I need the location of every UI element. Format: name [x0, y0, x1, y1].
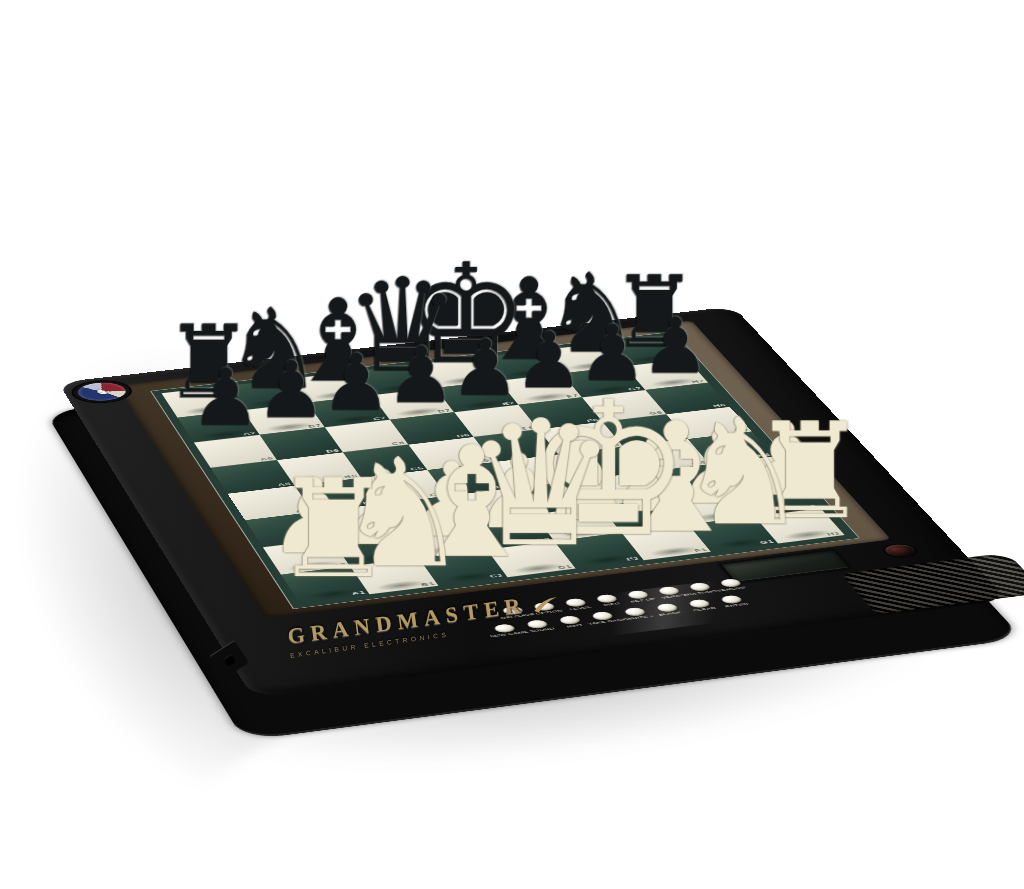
button-dome[interactable] [623, 607, 647, 617]
button-dome[interactable] [657, 586, 681, 596]
piece-black-pawn[interactable]: ♟ [191, 359, 261, 437]
button-multi-move[interactable]: MULTI-MOVE [688, 582, 712, 592]
button-black-[interactable]: BLACK - [655, 603, 679, 613]
button-dome[interactable] [687, 599, 711, 609]
button-dome[interactable] [595, 594, 619, 604]
piece-black-pawn[interactable]: ♟ [321, 344, 391, 422]
button-enter[interactable]: ENTER [719, 595, 743, 605]
power-knob[interactable] [879, 542, 922, 559]
button-clear[interactable]: CLEAR [687, 599, 711, 609]
piece-black-pawn[interactable]: ♟ [256, 351, 326, 429]
button-dome[interactable] [688, 582, 712, 592]
button-info[interactable]: INFO [595, 594, 619, 604]
button-dome[interactable] [590, 611, 614, 621]
button-label: MOVE [710, 584, 761, 593]
sword-swoosh-icon [531, 595, 561, 615]
button-white-[interactable]: WHITE + [623, 607, 647, 617]
piece-black-pawn[interactable]: ♟ [386, 337, 456, 415]
button-dome[interactable] [719, 595, 743, 605]
button-dome[interactable] [626, 590, 650, 600]
scene: A8♜B8♞C8♝D8♛E8♚F8♝G8♞H8♜A7♟B7♟C7♟D7♟E7♟F… [0, 0, 1024, 889]
product-photo-stage: A8♜B8♞C8♝D8♛E8♚F8♝G8♞H8♜A7♟B7♟C7♟D7♟E7♟F… [0, 0, 1024, 889]
button-dome[interactable] [655, 603, 679, 613]
button-take-back[interactable]: TAKE BACK [590, 611, 614, 621]
button-verify[interactable]: VERIFY [657, 586, 681, 596]
button-set-up[interactable]: SET UP [626, 590, 650, 600]
button-level[interactable]: LEVEL [564, 598, 588, 608]
chess-computer: A8♜B8♞C8♝D8♛E8♚F8♝G8♞H8♜A7♟B7♟C7♟D7♟E7♟F… [58, 306, 1008, 697]
speaker-grille [841, 553, 1024, 615]
jack-hole [223, 653, 236, 666]
piece-white-rook[interactable]: ♜ [273, 461, 395, 597]
button-dome[interactable] [564, 598, 588, 608]
